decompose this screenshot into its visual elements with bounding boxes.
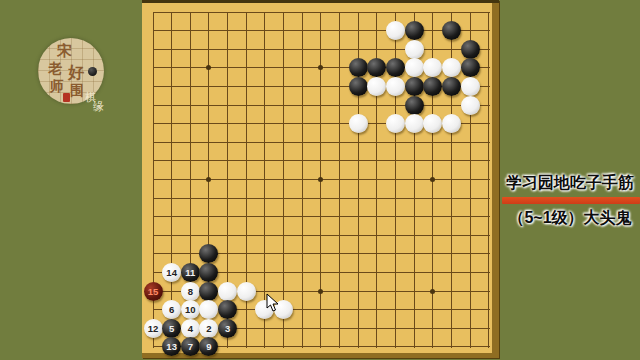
- go-stone-black: [199, 244, 218, 263]
- board-top-edge: [142, 0, 499, 3]
- board-gridline: [153, 198, 490, 199]
- channel-logo: 宋老师好围棋缘: [38, 38, 104, 104]
- go-stone-white: [461, 96, 480, 115]
- go-stone-black: [199, 263, 218, 282]
- go-stone-white: [405, 58, 424, 77]
- move-number-label: 12: [148, 319, 159, 338]
- star-point: [206, 177, 211, 182]
- board-gridline: [153, 235, 490, 236]
- board-gridline: [488, 12, 489, 348]
- go-stone-black: [405, 77, 424, 96]
- go-stone-black: [423, 77, 442, 96]
- go-stone-black: [349, 77, 368, 96]
- star-point: [318, 289, 323, 294]
- move-number-label: 6: [169, 300, 174, 319]
- go-stone-black: [405, 96, 424, 115]
- go-stone-white: 12: [144, 319, 163, 338]
- logo-character: 缘: [93, 99, 104, 114]
- lesson-series-title: 学习园地吃子手筋: [500, 173, 640, 194]
- go-stone-black: [442, 21, 461, 40]
- go-stone-white: [405, 40, 424, 59]
- go-stone-white: [218, 282, 237, 301]
- go-stone-black: 5: [162, 319, 181, 338]
- go-stone-white: [405, 114, 424, 133]
- logo-character: 师: [50, 78, 64, 96]
- star-point: [318, 65, 323, 70]
- logo-character: 宋: [57, 42, 72, 61]
- move-number-label: 14: [166, 263, 177, 282]
- go-stone-white: 2: [199, 319, 218, 338]
- move-number-label: 10: [185, 300, 196, 319]
- go-stone-black: 7: [181, 337, 200, 356]
- move-number-label: 5: [169, 319, 174, 338]
- go-stone-last-move: 15: [144, 282, 163, 301]
- go-stone-black: [367, 58, 386, 77]
- go-stone-white: 8: [181, 282, 200, 301]
- board-gridline: [153, 105, 490, 106]
- logo-character: 老: [48, 60, 62, 78]
- star-point: [430, 177, 435, 182]
- go-stone-white: [423, 114, 442, 133]
- go-stone-white: [349, 114, 368, 133]
- lesson-title-banner: 学习园地吃子手筋 （5~1级）大头鬼: [500, 0, 640, 360]
- move-number-label: 15: [148, 282, 159, 301]
- board-gridline: [302, 12, 303, 348]
- go-stone-white: [199, 300, 218, 319]
- go-stone-white: 4: [181, 319, 200, 338]
- go-stone-white: [237, 282, 256, 301]
- board-gridline: [153, 49, 490, 50]
- go-stone-black: [405, 21, 424, 40]
- go-stone-white: [367, 77, 386, 96]
- move-number-label: 4: [188, 319, 193, 338]
- go-stone-white: [386, 114, 405, 133]
- go-stone-black: [461, 40, 480, 59]
- logo-red-seal: [63, 93, 70, 102]
- move-number-label: 7: [188, 337, 193, 356]
- board-gridline: [153, 160, 490, 161]
- go-stone-black: [349, 58, 368, 77]
- go-stone-white: [423, 58, 442, 77]
- go-stone-black: 11: [181, 263, 200, 282]
- go-stone-black: [199, 282, 218, 301]
- move-number-label: 11: [185, 263, 195, 282]
- go-stone-black: [218, 300, 237, 319]
- go-stone-black: 3: [218, 319, 237, 338]
- go-stone-white: [461, 77, 480, 96]
- board-gridline: [171, 12, 172, 348]
- star-point: [206, 65, 211, 70]
- board-gridline: [153, 216, 490, 217]
- go-stone-white: 14: [162, 263, 181, 282]
- lesson-subtitle: （5~1级）大头鬼: [500, 208, 640, 229]
- go-stone-white: [442, 114, 461, 133]
- go-stone-white: [442, 58, 461, 77]
- star-point: [318, 177, 323, 182]
- mouse-cursor-icon: [266, 293, 280, 313]
- board-gridline: [153, 12, 490, 13]
- go-stone-black: 9: [199, 337, 218, 356]
- go-stone-black: [442, 77, 461, 96]
- go-stone-black: [386, 58, 405, 77]
- logo-character: 好: [68, 63, 84, 84]
- move-number-label: 9: [206, 337, 211, 356]
- go-stone-white: [386, 77, 405, 96]
- star-point: [430, 289, 435, 294]
- go-board[interactable]: 14111586101254231379: [142, 0, 499, 358]
- title-divider: [502, 197, 640, 204]
- board-gridline: [339, 12, 340, 348]
- move-number-label: 3: [225, 319, 230, 338]
- move-number-label: 8: [188, 282, 193, 301]
- go-stone-black: [461, 58, 480, 77]
- board-gridline: [153, 30, 490, 31]
- go-stone-white: 10: [181, 300, 200, 319]
- go-stone-white: 6: [162, 300, 181, 319]
- board-gridline: [153, 142, 490, 143]
- move-number-label: 13: [166, 337, 177, 356]
- board-gridline: [283, 12, 284, 348]
- move-number-label: 2: [206, 319, 211, 338]
- logo-character: 围: [70, 82, 84, 100]
- go-stone-white: [386, 21, 405, 40]
- logo-go-stone-dot: [88, 67, 97, 76]
- go-stone-black: 13: [162, 337, 181, 356]
